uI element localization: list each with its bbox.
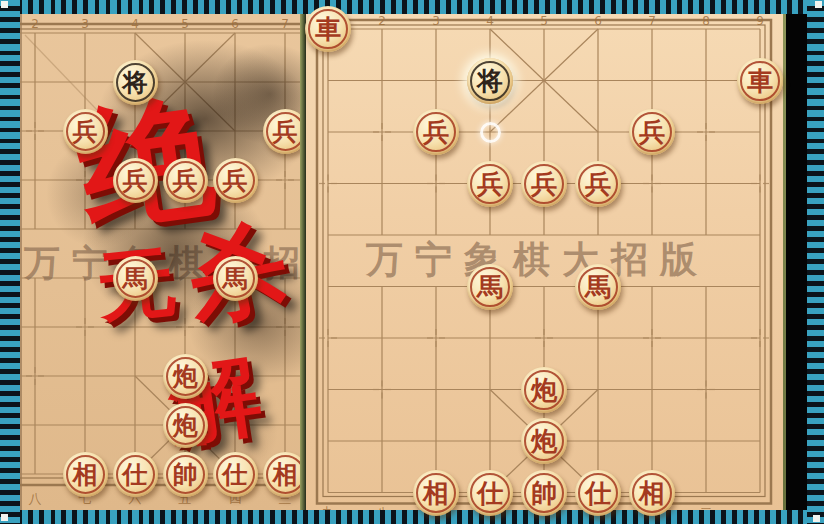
piece-glyph: 相 (273, 462, 298, 487)
file-label-top: 6 (231, 18, 239, 30)
piece-glyph: 兵 (423, 119, 449, 145)
piece-glyph: 兵 (273, 119, 298, 144)
piece-glyph: 将 (123, 70, 148, 95)
piece-glyph: 馬 (477, 274, 503, 300)
file-label-top: 5 (540, 15, 548, 27)
piece-glyph: 馬 (223, 266, 248, 291)
piece-red-馬[interactable]: 馬 (113, 256, 158, 301)
file-label-bottom: 八 (29, 492, 42, 505)
piece-red-帥[interactable]: 帥 (163, 452, 208, 497)
frame-border-bottom (0, 510, 824, 524)
piece-red-馬[interactable]: 馬 (575, 264, 621, 310)
file-label-top: 2 (31, 18, 39, 30)
piece-glyph: 仕 (585, 480, 611, 506)
corner-dot (1, 514, 8, 521)
piece-glyph: 炮 (531, 377, 557, 403)
piece-glyph: 炮 (531, 428, 557, 454)
piece-glyph: 帥 (173, 462, 198, 487)
piece-glyph: 相 (73, 462, 98, 487)
piece-glyph: 車 (315, 16, 341, 42)
piece-red-車[interactable]: 車 (305, 6, 351, 52)
piece-red-炮[interactable]: 炮 (521, 367, 567, 413)
piece-glyph: 馬 (123, 266, 148, 291)
piece-glyph: 将 (477, 68, 503, 94)
piece-red-仕[interactable]: 仕 (213, 452, 258, 497)
piece-glyph: 兵 (531, 171, 557, 197)
file-label-top: 7 (648, 15, 656, 27)
file-label-top: 2 (378, 15, 386, 27)
piece-glyph: 兵 (585, 171, 611, 197)
piece-glyph: 相 (423, 480, 449, 506)
file-label-top: 3 (81, 18, 89, 30)
piece-red-炮[interactable]: 炮 (521, 418, 567, 464)
piece-red-兵[interactable]: 兵 (213, 158, 258, 203)
piece-red-仕[interactable]: 仕 (467, 470, 513, 516)
piece-red-炮[interactable]: 炮 (163, 403, 208, 448)
panel-divider (300, 14, 306, 510)
file-label-top: 4 (486, 15, 494, 27)
piece-red-相[interactable]: 相 (413, 470, 459, 516)
file-label-top: 9 (756, 15, 764, 27)
river-watermark: 万宁象棋大招版 (366, 241, 709, 278)
piece-glyph: 仕 (477, 480, 503, 506)
piece-glyph: 帥 (531, 480, 557, 506)
piece-red-兵[interactable]: 兵 (413, 109, 459, 155)
piece-glyph: 馬 (585, 274, 611, 300)
piece-red-仕[interactable]: 仕 (113, 452, 158, 497)
right-panel: 123456789九八七六五四三二一車将車兵兵兵兵兵馬馬炮炮相仕帥仕相 万宁象棋… (306, 14, 786, 510)
piece-red-兵[interactable]: 兵 (63, 109, 108, 154)
piece-red-相[interactable]: 相 (263, 452, 301, 497)
screenshot-frame: 123456789九八七六五四三二一将兵兵兵兵兵馬馬炮炮相仕帥仕相 万宁象棋大招… (0, 0, 824, 524)
last-move-marker (480, 122, 501, 143)
corner-dot (813, 515, 820, 522)
piece-glyph: 兵 (73, 119, 98, 144)
piece-glyph: 車 (747, 68, 773, 94)
piece-glyph: 兵 (173, 168, 198, 193)
piece-red-仕[interactable]: 仕 (575, 470, 621, 516)
piece-red-兵[interactable]: 兵 (521, 161, 567, 207)
black-side-strip (786, 0, 807, 524)
piece-black-将[interactable]: 将 (467, 58, 513, 104)
corner-dot (815, 1, 822, 8)
piece-glyph: 仕 (223, 462, 248, 487)
file-label-top: 6 (594, 15, 602, 27)
piece-red-兵[interactable]: 兵 (263, 109, 301, 154)
frame-border-left (0, 0, 20, 524)
frame-border-top (0, 0, 824, 14)
piece-glyph: 兵 (223, 168, 248, 193)
piece-black-将[interactable]: 将 (113, 60, 158, 105)
piece-red-車[interactable]: 車 (737, 58, 783, 104)
piece-red-兵[interactable]: 兵 (467, 161, 513, 207)
piece-red-帥[interactable]: 帥 (521, 470, 567, 516)
piece-glyph: 兵 (123, 168, 148, 193)
piece-red-馬[interactable]: 馬 (213, 256, 258, 301)
file-label-top: 7 (281, 18, 289, 30)
file-label-top: 4 (131, 18, 139, 30)
frame-border-right (807, 0, 824, 524)
file-label-top: 3 (432, 15, 440, 27)
piece-glyph: 炮 (173, 364, 198, 389)
file-label-top: 8 (702, 15, 710, 27)
piece-red-兵[interactable]: 兵 (575, 161, 621, 207)
piece-red-兵[interactable]: 兵 (629, 109, 675, 155)
file-label-top: 5 (181, 18, 189, 30)
piece-glyph: 炮 (173, 413, 198, 438)
piece-red-相[interactable]: 相 (63, 452, 108, 497)
piece-red-馬[interactable]: 馬 (467, 264, 513, 310)
left-panel: 123456789九八七六五四三二一将兵兵兵兵兵馬馬炮炮相仕帥仕相 万宁象棋大招… (20, 14, 300, 510)
piece-red-相[interactable]: 相 (629, 470, 675, 516)
corner-dot (1, 1, 8, 8)
piece-red-兵[interactable]: 兵 (113, 158, 158, 203)
piece-glyph: 兵 (639, 119, 665, 145)
piece-glyph: 兵 (477, 171, 503, 197)
piece-glyph: 仕 (123, 462, 148, 487)
piece-red-兵[interactable]: 兵 (163, 158, 208, 203)
piece-glyph: 相 (639, 480, 665, 506)
piece-red-炮[interactable]: 炮 (163, 354, 208, 399)
